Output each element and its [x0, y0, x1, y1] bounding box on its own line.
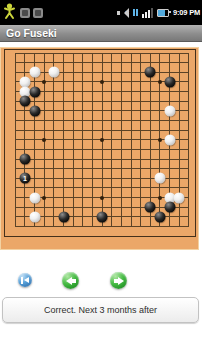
- board-cell[interactable]: [68, 135, 78, 145]
- board-cell[interactable]: [174, 222, 184, 232]
- board-cell[interactable]: [145, 183, 155, 193]
- board-cell[interactable]: [88, 193, 98, 203]
- board-cell[interactable]: [39, 212, 49, 222]
- board-cell[interactable]: [59, 183, 69, 193]
- board-cell[interactable]: [107, 58, 117, 68]
- board-cell[interactable]: [155, 174, 165, 184]
- board-cell[interactable]: [174, 67, 184, 77]
- board-cell[interactable]: [117, 193, 127, 203]
- board-cell[interactable]: [39, 58, 49, 68]
- board-cell[interactable]: [49, 67, 59, 77]
- board-cell[interactable]: [97, 106, 107, 116]
- board-cell[interactable]: [68, 96, 78, 106]
- board-cell[interactable]: [155, 222, 165, 232]
- board-cell[interactable]: [11, 135, 21, 145]
- board-cell[interactable]: [155, 145, 165, 155]
- board-cell[interactable]: [174, 212, 184, 222]
- board-cell[interactable]: [39, 87, 49, 97]
- board-cell[interactable]: [184, 202, 194, 212]
- board-cell[interactable]: [174, 202, 184, 212]
- board-cell[interactable]: [49, 154, 59, 164]
- board-cell[interactable]: [117, 48, 127, 58]
- board-cell[interactable]: [117, 67, 127, 77]
- board-cell[interactable]: [174, 174, 184, 184]
- board-cell[interactable]: [136, 77, 146, 87]
- board-cell[interactable]: [68, 87, 78, 97]
- board-cell[interactable]: [145, 87, 155, 97]
- board-cell[interactable]: [126, 116, 136, 126]
- board-cell[interactable]: [39, 125, 49, 135]
- board-cell[interactable]: [126, 222, 136, 232]
- board-cell[interactable]: [117, 116, 127, 126]
- board-cell[interactable]: [97, 183, 107, 193]
- board-cell[interactable]: [78, 154, 88, 164]
- board-cell[interactable]: [107, 77, 117, 87]
- board-cell[interactable]: [107, 125, 117, 135]
- board-cell[interactable]: [136, 106, 146, 116]
- board-cell[interactable]: [88, 145, 98, 155]
- board-cell[interactable]: [184, 77, 194, 87]
- board-cell[interactable]: [184, 116, 194, 126]
- board-cell[interactable]: [184, 87, 194, 97]
- board-cell[interactable]: [88, 125, 98, 135]
- board-cell[interactable]: [107, 212, 117, 222]
- board-cell[interactable]: [145, 77, 155, 87]
- board-cell[interactable]: [184, 193, 194, 203]
- board-cell[interactable]: [20, 135, 30, 145]
- board-cell[interactable]: [11, 145, 21, 155]
- board-cell[interactable]: [165, 174, 175, 184]
- board-cell[interactable]: [49, 116, 59, 126]
- board-cell[interactable]: [97, 145, 107, 155]
- board-cell[interactable]: [107, 116, 117, 126]
- board-cell[interactable]: [165, 145, 175, 155]
- board-cell[interactable]: [165, 87, 175, 97]
- board-cell[interactable]: [174, 135, 184, 145]
- board-cell[interactable]: [20, 48, 30, 58]
- board-cell[interactable]: [155, 96, 165, 106]
- board-cell[interactable]: [39, 154, 49, 164]
- board-cell[interactable]: [30, 106, 40, 116]
- board-cell[interactable]: [136, 58, 146, 68]
- board-cell[interactable]: [145, 116, 155, 126]
- board-cell[interactable]: [20, 96, 30, 106]
- board-cell[interactable]: [174, 58, 184, 68]
- board-cell[interactable]: [117, 77, 127, 87]
- board-cell[interactable]: [88, 135, 98, 145]
- board-cell[interactable]: [97, 58, 107, 68]
- board-cell[interactable]: [78, 145, 88, 155]
- board-cell[interactable]: [126, 212, 136, 222]
- board-cell[interactable]: [165, 58, 175, 68]
- board-cell[interactable]: [117, 212, 127, 222]
- board-cell[interactable]: [20, 183, 30, 193]
- board-cell[interactable]: [39, 77, 49, 87]
- board-cell[interactable]: [11, 67, 21, 77]
- board-cell[interactable]: [11, 183, 21, 193]
- board-cell[interactable]: [49, 96, 59, 106]
- board-cell[interactable]: [107, 48, 117, 58]
- board-cell[interactable]: [59, 164, 69, 174]
- board-cell[interactable]: [184, 212, 194, 222]
- board-cell[interactable]: [30, 145, 40, 155]
- board-cell[interactable]: [39, 174, 49, 184]
- board-cell[interactable]: [30, 87, 40, 97]
- board-cell[interactable]: [117, 164, 127, 174]
- board-cell[interactable]: [30, 193, 40, 203]
- board-cell[interactable]: [155, 116, 165, 126]
- board-cell[interactable]: [39, 135, 49, 145]
- board-cell[interactable]: [59, 58, 69, 68]
- board-cell[interactable]: [126, 67, 136, 77]
- board-cell[interactable]: [30, 174, 40, 184]
- board-cell[interactable]: [165, 135, 175, 145]
- board-cell[interactable]: [59, 145, 69, 155]
- board-cell[interactable]: [174, 48, 184, 58]
- board-cell[interactable]: [88, 106, 98, 116]
- board-cell[interactable]: [30, 48, 40, 58]
- next-move-button[interactable]: [110, 272, 127, 289]
- board-cell[interactable]: [78, 96, 88, 106]
- board-cell[interactable]: [78, 183, 88, 193]
- board-cell[interactable]: [68, 145, 78, 155]
- board-cell[interactable]: [20, 125, 30, 135]
- board-cell[interactable]: [136, 193, 146, 203]
- board-cell[interactable]: [174, 116, 184, 126]
- board-cell[interactable]: [174, 164, 184, 174]
- board-cell[interactable]: [155, 67, 165, 77]
- board-cell[interactable]: [11, 48, 21, 58]
- board-cell[interactable]: [78, 202, 88, 212]
- board-cell[interactable]: [97, 193, 107, 203]
- board-cell[interactable]: [136, 154, 146, 164]
- board-cell[interactable]: [97, 174, 107, 184]
- board-cell[interactable]: [155, 125, 165, 135]
- board-cell[interactable]: [30, 154, 40, 164]
- board-cell[interactable]: [97, 48, 107, 58]
- board-cell[interactable]: [88, 77, 98, 87]
- board-cell[interactable]: [49, 106, 59, 116]
- board-cell[interactable]: [184, 67, 194, 77]
- board-cell[interactable]: [68, 67, 78, 77]
- board-cell[interactable]: [97, 154, 107, 164]
- board-cell[interactable]: [136, 116, 146, 126]
- board-cell[interactable]: [155, 48, 165, 58]
- board-cell[interactable]: [68, 202, 78, 212]
- board-cell[interactable]: [126, 202, 136, 212]
- board-cell[interactable]: [126, 58, 136, 68]
- board-cell[interactable]: [30, 222, 40, 232]
- board-cell[interactable]: [126, 135, 136, 145]
- board-cell[interactable]: [145, 154, 155, 164]
- board-cell[interactable]: [78, 106, 88, 116]
- board-cell[interactable]: [68, 125, 78, 135]
- board-cell[interactable]: [145, 202, 155, 212]
- board-cell[interactable]: [20, 222, 30, 232]
- board-cell[interactable]: [117, 125, 127, 135]
- board-cell[interactable]: [136, 96, 146, 106]
- board-cell[interactable]: [78, 116, 88, 126]
- board-cell[interactable]: [39, 48, 49, 58]
- board-cell[interactable]: [30, 212, 40, 222]
- board-cell[interactable]: [78, 135, 88, 145]
- board-cell[interactable]: [145, 96, 155, 106]
- board-cell[interactable]: [88, 67, 98, 77]
- board-cell[interactable]: [59, 67, 69, 77]
- board-cell[interactable]: [68, 77, 78, 87]
- board-cell[interactable]: [117, 145, 127, 155]
- board-cell[interactable]: [155, 183, 165, 193]
- board-cell[interactable]: [30, 164, 40, 174]
- board-cell[interactable]: [78, 193, 88, 203]
- board-cell[interactable]: [78, 174, 88, 184]
- board-cell[interactable]: [174, 106, 184, 116]
- board-cell[interactable]: [136, 174, 146, 184]
- board-cell[interactable]: [49, 202, 59, 212]
- board-cell[interactable]: [184, 48, 194, 58]
- board-cell[interactable]: [88, 48, 98, 58]
- board-cell[interactable]: [126, 145, 136, 155]
- board-cell[interactable]: [11, 202, 21, 212]
- board-cell[interactable]: [49, 125, 59, 135]
- board-cell[interactable]: [174, 154, 184, 164]
- board-cell[interactable]: [136, 145, 146, 155]
- board-cell[interactable]: [126, 125, 136, 135]
- board-cell[interactable]: [49, 48, 59, 58]
- board-cell[interactable]: [59, 96, 69, 106]
- board-cell[interactable]: [165, 48, 175, 58]
- board-cell[interactable]: [49, 145, 59, 155]
- board-cell[interactable]: [30, 67, 40, 77]
- board-cell[interactable]: [59, 87, 69, 97]
- board-cell[interactable]: [184, 154, 194, 164]
- board-cell[interactable]: [49, 183, 59, 193]
- board-cell[interactable]: [126, 154, 136, 164]
- board-cell[interactable]: [97, 67, 107, 77]
- board-cell[interactable]: [39, 202, 49, 212]
- board-cell[interactable]: [59, 125, 69, 135]
- board-cell[interactable]: [49, 164, 59, 174]
- board-cell[interactable]: [136, 48, 146, 58]
- board-cell[interactable]: [107, 193, 117, 203]
- board-cell[interactable]: [107, 87, 117, 97]
- board-cell[interactable]: [78, 125, 88, 135]
- board-cell[interactable]: [49, 222, 59, 232]
- board-cell[interactable]: [136, 87, 146, 97]
- board-cell[interactable]: [117, 96, 127, 106]
- board-cell[interactable]: [174, 145, 184, 155]
- board-cell[interactable]: [136, 135, 146, 145]
- board-cell[interactable]: 1: [20, 174, 30, 184]
- board-cell[interactable]: [78, 48, 88, 58]
- board-cell[interactable]: [184, 96, 194, 106]
- skip-to-start-button[interactable]: [18, 273, 32, 287]
- board-cell[interactable]: [165, 212, 175, 222]
- board-cell[interactable]: [78, 212, 88, 222]
- board-cell[interactable]: [107, 174, 117, 184]
- board-cell[interactable]: [97, 77, 107, 87]
- board-cell[interactable]: [78, 87, 88, 97]
- board-cell[interactable]: [184, 174, 194, 184]
- board-cell[interactable]: [49, 77, 59, 87]
- board-cell[interactable]: [107, 135, 117, 145]
- board-cell[interactable]: [68, 154, 78, 164]
- board-cell[interactable]: [68, 106, 78, 116]
- board-cell[interactable]: [184, 183, 194, 193]
- board-cell[interactable]: [88, 202, 98, 212]
- board-cell[interactable]: [78, 67, 88, 77]
- board-cell[interactable]: [184, 58, 194, 68]
- board-cell[interactable]: [30, 135, 40, 145]
- board-cell[interactable]: [11, 212, 21, 222]
- board-cell[interactable]: [145, 145, 155, 155]
- board-cell[interactable]: [11, 222, 21, 232]
- board-cell[interactable]: [165, 77, 175, 87]
- board-cell[interactable]: [126, 87, 136, 97]
- board-cell[interactable]: [117, 58, 127, 68]
- board-cell[interactable]: [97, 222, 107, 232]
- board-cell[interactable]: [126, 183, 136, 193]
- board-cell[interactable]: [49, 135, 59, 145]
- board-cell[interactable]: [117, 183, 127, 193]
- board-cell[interactable]: [174, 193, 184, 203]
- board-cell[interactable]: [155, 212, 165, 222]
- board-cell[interactable]: [155, 58, 165, 68]
- board-cell[interactable]: [88, 58, 98, 68]
- board-cell[interactable]: [59, 48, 69, 58]
- board-cell[interactable]: [59, 222, 69, 232]
- board-cell[interactable]: [165, 202, 175, 212]
- board-cell[interactable]: [68, 193, 78, 203]
- board-cell[interactable]: [107, 154, 117, 164]
- board-cell[interactable]: [59, 193, 69, 203]
- board-cell[interactable]: [88, 116, 98, 126]
- board-cell[interactable]: [11, 58, 21, 68]
- board-cell[interactable]: [97, 135, 107, 145]
- board-cell[interactable]: [136, 164, 146, 174]
- board-cell[interactable]: [184, 145, 194, 155]
- board-cell[interactable]: [165, 106, 175, 116]
- board-cell[interactable]: [126, 96, 136, 106]
- board-cell[interactable]: [107, 145, 117, 155]
- board-cell[interactable]: [68, 48, 78, 58]
- board-cell[interactable]: [59, 212, 69, 222]
- board-cell[interactable]: [184, 106, 194, 116]
- board-cell[interactable]: [117, 87, 127, 97]
- board-cell[interactable]: [20, 58, 30, 68]
- board-cell[interactable]: [155, 87, 165, 97]
- board-cell[interactable]: [165, 222, 175, 232]
- board-cell[interactable]: [68, 222, 78, 232]
- board-cell[interactable]: [59, 116, 69, 126]
- go-board[interactable]: 1: [0, 47, 199, 250]
- board-cell[interactable]: [39, 164, 49, 174]
- board-cell[interactable]: [78, 164, 88, 174]
- board-cell[interactable]: [136, 222, 146, 232]
- board-cell[interactable]: [97, 164, 107, 174]
- board-cell[interactable]: [126, 77, 136, 87]
- board-cell[interactable]: [107, 96, 117, 106]
- board-cell[interactable]: [107, 183, 117, 193]
- board-cell[interactable]: [78, 222, 88, 232]
- board-cell[interactable]: [165, 154, 175, 164]
- board-cell[interactable]: [145, 135, 155, 145]
- board-cell[interactable]: [107, 106, 117, 116]
- board-cell[interactable]: [117, 174, 127, 184]
- board-cell[interactable]: [97, 87, 107, 97]
- board-cell[interactable]: [97, 212, 107, 222]
- board-cell[interactable]: [20, 202, 30, 212]
- board-cell[interactable]: [88, 222, 98, 232]
- board-cell[interactable]: [126, 193, 136, 203]
- board-cell[interactable]: [145, 67, 155, 77]
- board-cell[interactable]: [59, 77, 69, 87]
- board-cell[interactable]: [59, 106, 69, 116]
- board-cell[interactable]: [117, 154, 127, 164]
- board-cell[interactable]: [59, 154, 69, 164]
- board-cell[interactable]: [68, 116, 78, 126]
- board-cell[interactable]: [88, 164, 98, 174]
- board-cell[interactable]: [97, 116, 107, 126]
- board-cell[interactable]: [126, 48, 136, 58]
- board-cell[interactable]: [145, 125, 155, 135]
- board-cell[interactable]: [39, 145, 49, 155]
- board-cell[interactable]: [136, 183, 146, 193]
- board-cell[interactable]: [11, 116, 21, 126]
- board-cell[interactable]: [59, 135, 69, 145]
- board-cell[interactable]: [117, 106, 127, 116]
- board-cell[interactable]: [39, 193, 49, 203]
- board-cell[interactable]: [184, 135, 194, 145]
- board-cell[interactable]: [88, 174, 98, 184]
- board-cell[interactable]: [49, 87, 59, 97]
- previous-move-button[interactable]: [62, 272, 79, 289]
- board-cell[interactable]: [126, 164, 136, 174]
- board-cell[interactable]: [88, 96, 98, 106]
- board-cell[interactable]: [184, 164, 194, 174]
- board-cell[interactable]: [68, 164, 78, 174]
- board-cell[interactable]: [20, 154, 30, 164]
- board-cell[interactable]: [68, 58, 78, 68]
- board-cell[interactable]: [20, 116, 30, 126]
- board-cell[interactable]: [117, 135, 127, 145]
- board-cell[interactable]: [165, 164, 175, 174]
- board-cell[interactable]: [184, 125, 194, 135]
- board-cell[interactable]: [68, 212, 78, 222]
- board-cell[interactable]: [107, 67, 117, 77]
- board-cell[interactable]: [165, 116, 175, 126]
- board-cell[interactable]: [49, 193, 59, 203]
- board-cell[interactable]: [68, 183, 78, 193]
- board-cell[interactable]: [174, 96, 184, 106]
- board-cell[interactable]: [136, 125, 146, 135]
- board-cell[interactable]: [30, 125, 40, 135]
- board-cell[interactable]: [39, 96, 49, 106]
- board-cell[interactable]: [78, 58, 88, 68]
- board-cell[interactable]: [155, 154, 165, 164]
- board-cell[interactable]: [184, 222, 194, 232]
- board-cell[interactable]: [68, 174, 78, 184]
- board-grid[interactable]: 1: [11, 48, 194, 231]
- board-cell[interactable]: [107, 202, 117, 212]
- board-cell[interactable]: [117, 202, 127, 212]
- board-cell[interactable]: [174, 77, 184, 87]
- board-cell[interactable]: [39, 106, 49, 116]
- board-cell[interactable]: [97, 125, 107, 135]
- board-cell[interactable]: [117, 222, 127, 232]
- board-cell[interactable]: [39, 222, 49, 232]
- board-cell[interactable]: [11, 193, 21, 203]
